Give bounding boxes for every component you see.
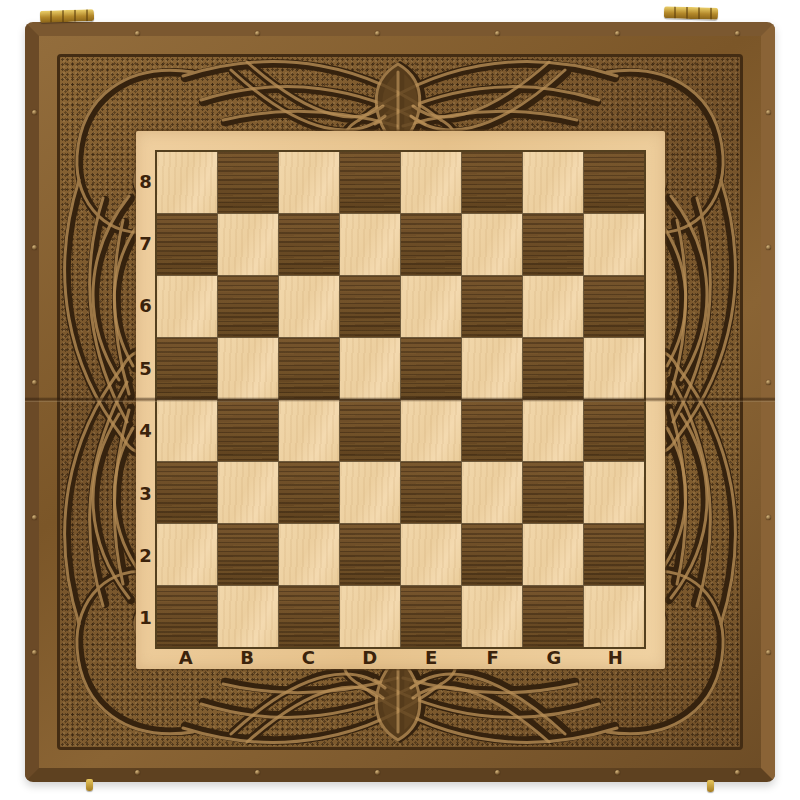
- square-b6: [218, 276, 278, 337]
- nail-dot-icon: [375, 31, 380, 36]
- file-label: G: [523, 647, 584, 668]
- square-a5: [157, 338, 217, 399]
- fold-seam: [25, 397, 775, 402]
- square-h8: [584, 152, 644, 213]
- square-c6: [279, 276, 339, 337]
- nail-dot-icon: [255, 31, 260, 36]
- square-f4: [462, 400, 522, 461]
- hinge-right-icon: [664, 6, 718, 19]
- nail-dot-icon: [766, 110, 771, 115]
- rank-label: 7: [136, 212, 155, 274]
- rank-label: 5: [136, 337, 155, 399]
- square-d5: [340, 338, 400, 399]
- square-d4: [340, 400, 400, 461]
- square-g5: [523, 338, 583, 399]
- foot-right-icon: [707, 780, 714, 792]
- file-label: H: [585, 647, 646, 668]
- square-a6: [157, 276, 217, 337]
- nail-dot-icon: [32, 515, 37, 520]
- nail-dot-icon: [135, 31, 140, 36]
- square-f1: [462, 586, 522, 647]
- square-d7: [340, 214, 400, 275]
- nail-dot-icon: [135, 770, 140, 775]
- file-label: A: [155, 647, 216, 668]
- square-h4: [584, 400, 644, 461]
- foot-left-icon: [86, 779, 93, 791]
- square-b5: [218, 338, 278, 399]
- square-d2: [340, 524, 400, 585]
- square-h7: [584, 214, 644, 275]
- square-e6: [401, 276, 461, 337]
- square-e5: [401, 338, 461, 399]
- square-c2: [279, 524, 339, 585]
- file-label: C: [278, 647, 339, 668]
- square-a2: [157, 524, 217, 585]
- rank-label: 6: [136, 275, 155, 337]
- square-h6: [584, 276, 644, 337]
- square-f8: [462, 152, 522, 213]
- square-f2: [462, 524, 522, 585]
- square-e3: [401, 462, 461, 523]
- square-h2: [584, 524, 644, 585]
- nail-dot-icon: [615, 31, 620, 36]
- square-b8: [218, 152, 278, 213]
- square-b1: [218, 586, 278, 647]
- nail-dot-icon: [766, 515, 771, 520]
- nail-dot-icon: [615, 770, 620, 775]
- square-g7: [523, 214, 583, 275]
- square-h3: [584, 462, 644, 523]
- nail-dot-icon: [495, 770, 500, 775]
- nail-dot-icon: [32, 650, 37, 655]
- square-c3: [279, 462, 339, 523]
- nail-dot-icon: [735, 770, 740, 775]
- nail-dot-icon: [735, 31, 740, 36]
- square-g2: [523, 524, 583, 585]
- square-f6: [462, 276, 522, 337]
- nail-dot-icon: [766, 650, 771, 655]
- square-e1: [401, 586, 461, 647]
- nail-dot-icon: [375, 770, 380, 775]
- hinge-left-icon: [40, 9, 94, 23]
- file-label: F: [462, 647, 523, 668]
- square-f3: [462, 462, 522, 523]
- nail-dot-icon: [495, 31, 500, 36]
- square-e7: [401, 214, 461, 275]
- photo-stage: 87654321 ABCDEFGH: [0, 0, 800, 800]
- file-label: D: [339, 647, 400, 668]
- square-g1: [523, 586, 583, 647]
- square-e8: [401, 152, 461, 213]
- rank-label: 2: [136, 524, 155, 586]
- square-a8: [157, 152, 217, 213]
- square-d3: [340, 462, 400, 523]
- file-label: B: [216, 647, 277, 668]
- square-a3: [157, 462, 217, 523]
- rank-label: 3: [136, 462, 155, 524]
- rank-label: 4: [136, 400, 155, 462]
- file-label: E: [401, 647, 462, 668]
- square-h5: [584, 338, 644, 399]
- square-g4: [523, 400, 583, 461]
- square-a4: [157, 400, 217, 461]
- square-b7: [218, 214, 278, 275]
- nail-dot-icon: [32, 245, 37, 250]
- square-e4: [401, 400, 461, 461]
- square-b3: [218, 462, 278, 523]
- square-c5: [279, 338, 339, 399]
- nail-dot-icon: [766, 245, 771, 250]
- file-labels: ABCDEFGH: [155, 647, 646, 668]
- square-d6: [340, 276, 400, 337]
- square-g8: [523, 152, 583, 213]
- square-a7: [157, 214, 217, 275]
- square-f5: [462, 338, 522, 399]
- square-h1: [584, 586, 644, 647]
- nail-dot-icon: [766, 380, 771, 385]
- square-c1: [279, 586, 339, 647]
- rank-label: 8: [136, 150, 155, 212]
- nail-dot-icon: [255, 770, 260, 775]
- nail-dot-icon: [32, 380, 37, 385]
- square-e2: [401, 524, 461, 585]
- square-c8: [279, 152, 339, 213]
- nail-dot-icon: [32, 110, 37, 115]
- square-a1: [157, 586, 217, 647]
- rank-label: 1: [136, 587, 155, 649]
- square-f7: [462, 214, 522, 275]
- square-g3: [523, 462, 583, 523]
- square-b4: [218, 400, 278, 461]
- square-d1: [340, 586, 400, 647]
- square-g6: [523, 276, 583, 337]
- square-c7: [279, 214, 339, 275]
- square-d8: [340, 152, 400, 213]
- square-b2: [218, 524, 278, 585]
- square-c4: [279, 400, 339, 461]
